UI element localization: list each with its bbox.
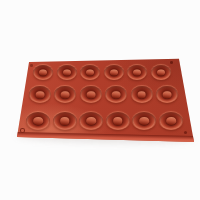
- donut-cavity: [80, 86, 102, 103]
- cavity-row-2: [29, 86, 178, 103]
- donut-cavity: [104, 65, 124, 80]
- donut-cavity: [57, 65, 77, 80]
- cavity-center-bump: [113, 117, 123, 125]
- donut-cavity: [53, 112, 77, 130]
- cavity-center-bump: [86, 117, 96, 125]
- corner-hole-top-right: [170, 61, 173, 64]
- donut-cavity: [127, 65, 147, 80]
- donut-cavity: [33, 65, 53, 80]
- donut-cavity: [132, 112, 156, 130]
- donut-cavity: [26, 112, 50, 130]
- donut-cavity: [131, 86, 153, 103]
- donut-cavity: [29, 86, 51, 103]
- cavity-center-bump: [33, 117, 43, 125]
- corner-hole-bottom-right: [184, 131, 187, 134]
- cavity-center-bump: [137, 91, 146, 98]
- donut-cavity: [159, 112, 183, 130]
- cavity-center-bump: [36, 91, 45, 98]
- donut-cavity: [54, 86, 76, 103]
- donut-cavity: [156, 86, 178, 103]
- product-photo: [0, 0, 200, 200]
- cavity-center-bump: [63, 69, 71, 75]
- cavity-center-bump: [110, 69, 118, 75]
- corner-hole-top-left: [30, 64, 33, 67]
- cavity-center-bump: [166, 117, 176, 125]
- donut-cavity: [105, 86, 127, 103]
- cavity-center-bump: [86, 91, 95, 98]
- cavity-center-bump: [86, 69, 94, 75]
- donut-cavity: [79, 112, 103, 130]
- cavity-row-3: [26, 112, 183, 130]
- cavity-center-bump: [60, 117, 70, 125]
- cavity-center-bump: [157, 69, 165, 75]
- cavity-center-bump: [39, 69, 47, 75]
- cavity-center-bump: [61, 91, 70, 98]
- cavity-center-bump: [112, 91, 121, 98]
- cavity-row-1: [33, 65, 171, 80]
- cavity-center-bump: [163, 91, 172, 98]
- cavity-center-bump: [133, 69, 141, 75]
- cavity-center-bump: [140, 117, 150, 125]
- donut-cavity: [151, 65, 171, 80]
- silicone-mold: [17, 58, 194, 142]
- donut-cavity: [106, 112, 130, 130]
- donut-cavity: [80, 65, 100, 80]
